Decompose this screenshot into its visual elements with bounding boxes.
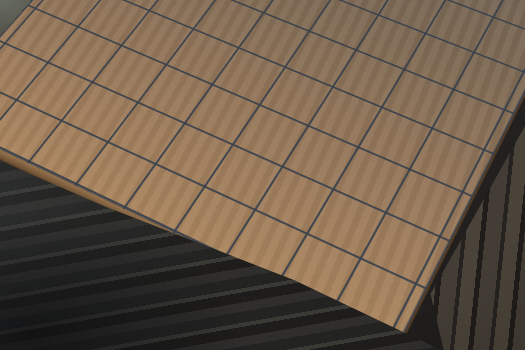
shogi-board [0, 0, 525, 341]
board-front-edge [0, 115, 403, 350]
board-right-edge [399, 0, 525, 350]
shogi-board-photo [0, 0, 525, 350]
